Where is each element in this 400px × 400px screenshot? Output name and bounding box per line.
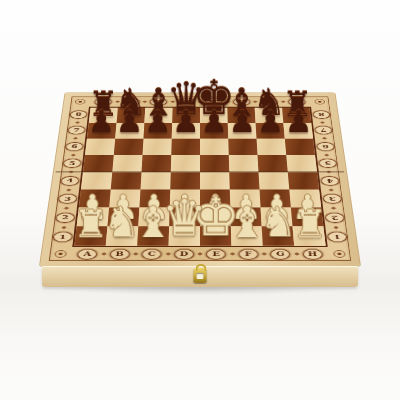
file-label-cell: D xyxy=(168,247,200,261)
white-bishop-f1[interactable]: ♝ xyxy=(228,203,267,243)
square-b7[interactable]: ♟ xyxy=(115,123,144,139)
white-rook-h1[interactable]: ♜ xyxy=(292,207,326,242)
chess-board: HGFEDCBA ABCDEFGH 87654321 87654321 ♜♞♝♛… xyxy=(40,93,360,266)
square-g6[interactable] xyxy=(257,139,287,155)
rank-label-1: 1 xyxy=(327,232,348,242)
square-e7[interactable]: ♟ xyxy=(200,123,228,139)
square-h6[interactable] xyxy=(285,139,315,155)
square-b4[interactable] xyxy=(111,172,142,189)
file-label-c: C xyxy=(142,249,162,260)
square-f5[interactable] xyxy=(229,155,259,172)
box-front-edge xyxy=(42,266,358,287)
square-g5[interactable] xyxy=(257,155,287,172)
square-h5[interactable] xyxy=(286,155,317,172)
file-label-cell: E xyxy=(200,247,232,261)
rank-label-6: 6 xyxy=(316,142,335,151)
rank-label-5: 5 xyxy=(63,159,82,168)
square-c4[interactable] xyxy=(140,172,170,189)
square-f6[interactable] xyxy=(228,139,257,155)
rank-label-cell: 6 xyxy=(315,138,337,155)
file-label-cell: H xyxy=(296,247,330,261)
rank-label-7: 7 xyxy=(314,126,333,134)
rank-label-cell: 7 xyxy=(66,122,87,138)
square-a4[interactable] xyxy=(81,172,112,189)
square-g4[interactable] xyxy=(258,172,289,189)
square-d6[interactable] xyxy=(171,139,200,155)
square-c5[interactable] xyxy=(142,155,172,172)
rank-label-6: 6 xyxy=(65,142,84,151)
file-label-h: H xyxy=(302,249,323,260)
black-pawn-c7[interactable]: ♟ xyxy=(144,107,172,135)
file-label-d: D xyxy=(174,249,194,260)
file-label-cell: G xyxy=(264,247,297,261)
rank-label-4: 4 xyxy=(60,176,80,185)
rank-label-cell: 5 xyxy=(317,155,339,172)
black-pawn-f7[interactable]: ♟ xyxy=(228,107,256,135)
file-labels-bottom: ABCDEFGH xyxy=(71,247,330,261)
square-d1[interactable]: ♛ xyxy=(169,226,200,245)
file-label-g: G xyxy=(270,249,291,260)
rank-label-1: 1 xyxy=(52,232,73,242)
rank-label-4: 4 xyxy=(320,176,340,185)
file-label-b: B xyxy=(109,249,130,260)
rank-label-cell: 7 xyxy=(313,122,334,138)
square-f7[interactable]: ♟ xyxy=(228,123,257,139)
rank-label-5: 5 xyxy=(318,159,337,168)
rank-label-cell: 1 xyxy=(325,227,349,247)
file-label-e: E xyxy=(206,249,226,260)
file-label-f: F xyxy=(238,249,258,260)
corner-ornament-icon xyxy=(328,247,352,261)
square-c7[interactable]: ♟ xyxy=(143,123,172,139)
square-b5[interactable] xyxy=(112,155,142,172)
file-label-cell: B xyxy=(103,247,136,261)
file-label-cell: C xyxy=(135,247,168,261)
rank-label-cell: 4 xyxy=(319,172,342,190)
board-grid: ♜♞♝♛♚♝♞♜♟♟♟♟♟♟♟♟♟♟♟♟♟♟♟♟♜♞♝♛♚♝♞♜ xyxy=(72,107,327,247)
rank-label-cell: 4 xyxy=(59,172,82,190)
square-a6[interactable] xyxy=(85,139,115,155)
black-pawn-b7[interactable]: ♟ xyxy=(116,107,144,135)
chess-set-photo: HGFEDCBA ABCDEFGH 87654321 87654321 ♜♞♝♛… xyxy=(0,0,400,400)
square-d5[interactable] xyxy=(171,155,200,172)
square-e6[interactable] xyxy=(200,139,229,155)
square-a1[interactable]: ♜ xyxy=(74,226,107,245)
black-pawn-d7[interactable]: ♟ xyxy=(172,107,200,135)
board-top-surface: HGFEDCBA ABCDEFGH 87654321 87654321 ♜♞♝♛… xyxy=(40,93,360,266)
white-bishop-c1[interactable]: ♝ xyxy=(134,203,173,243)
black-pawn-e7[interactable]: ♟ xyxy=(200,107,228,135)
square-e5[interactable] xyxy=(200,155,229,172)
file-label-cell: A xyxy=(71,247,105,261)
rank-label-7: 7 xyxy=(67,126,86,134)
rank-label-cell: 5 xyxy=(61,155,83,172)
square-h7[interactable]: ♟ xyxy=(283,123,313,139)
black-pawn-g7[interactable]: ♟ xyxy=(257,107,285,135)
rank-label-cell: 1 xyxy=(51,227,75,247)
rank-label-8: 8 xyxy=(69,110,87,118)
rank-label-2: 2 xyxy=(55,213,75,223)
corner-ornament-icon xyxy=(310,97,330,107)
square-a7[interactable]: ♟ xyxy=(87,123,117,139)
square-d7[interactable]: ♟ xyxy=(172,123,200,139)
square-h1[interactable]: ♜ xyxy=(293,226,326,245)
square-g1[interactable]: ♞ xyxy=(262,226,295,245)
rank-label-8: 8 xyxy=(312,110,330,118)
square-c6[interactable] xyxy=(143,139,172,155)
corner-ornament-icon xyxy=(49,247,73,261)
rank-label-cell: 6 xyxy=(63,138,85,155)
square-g7[interactable]: ♟ xyxy=(256,123,285,139)
square-f1[interactable]: ♝ xyxy=(231,226,263,245)
black-pawn-h7[interactable]: ♟ xyxy=(285,107,313,135)
white-rook-a1[interactable]: ♜ xyxy=(73,207,107,242)
brass-clasp-icon[interactable] xyxy=(194,268,207,283)
square-b6[interactable] xyxy=(114,139,144,155)
rank-label-cell: 8 xyxy=(68,107,89,122)
black-pawn-a7[interactable]: ♟ xyxy=(88,107,116,135)
file-label-a: A xyxy=(77,249,98,260)
file-label-cell: F xyxy=(232,247,265,261)
rank-label-cell: 8 xyxy=(311,107,332,122)
rank-label-2: 2 xyxy=(325,213,345,223)
square-h4[interactable] xyxy=(288,172,319,189)
square-a5[interactable] xyxy=(83,155,114,172)
square-c1[interactable]: ♝ xyxy=(137,226,169,245)
